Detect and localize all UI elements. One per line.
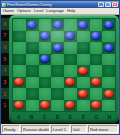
blue-piece-h6[interactable] — [104, 44, 114, 52]
square-d7[interactable] — [51, 31, 64, 43]
rank-label-5: 5 — [1, 53, 9, 65]
square-h4[interactable] — [102, 65, 115, 77]
blue-piece-d6[interactable] — [53, 44, 63, 52]
square-f7[interactable] — [77, 31, 90, 43]
status-ready: Ready — [2, 125, 20, 133]
square-a6[interactable] — [13, 42, 26, 54]
title-bar[interactable]: FreeSweetGames Dainty – ❐ ✕ — [1, 1, 119, 8]
square-c7[interactable] — [39, 31, 52, 43]
square-f3[interactable] — [77, 77, 90, 89]
red-piece-c1[interactable] — [40, 101, 50, 109]
square-h8[interactable] — [102, 19, 115, 31]
square-d4[interactable] — [51, 65, 64, 77]
rank-label-6: 6 — [1, 41, 9, 53]
square-c3[interactable] — [39, 77, 52, 89]
red-piece-a1[interactable] — [14, 101, 24, 109]
status-score: 0x0 — [71, 125, 87, 133]
square-e7[interactable] — [64, 31, 77, 43]
file-label-b: B — [25, 112, 38, 122]
red-piece-g1[interactable] — [91, 101, 101, 109]
square-e3[interactable] — [64, 77, 77, 89]
file-label-c: C — [38, 112, 51, 122]
square-e1[interactable] — [64, 100, 77, 112]
rank-label-2: 2 — [1, 88, 9, 100]
square-b4[interactable] — [26, 65, 39, 77]
square-d5[interactable] — [51, 54, 64, 66]
square-g7[interactable] — [90, 31, 103, 43]
square-b5[interactable] — [26, 54, 39, 66]
square-e8[interactable] — [64, 19, 77, 31]
square-g3[interactable] — [90, 77, 103, 89]
square-c2[interactable] — [39, 88, 52, 100]
menu-language[interactable]: Language — [46, 8, 64, 14]
square-c1[interactable] — [39, 100, 52, 112]
rank-labels: 87654321 — [1, 18, 9, 111]
square-g4[interactable] — [90, 65, 103, 77]
square-d2[interactable] — [51, 88, 64, 100]
red-piece-h2[interactable] — [104, 90, 114, 98]
play-area: 87654321 ABCDEFGH — [1, 15, 119, 124]
blue-piece-d8[interactable] — [53, 21, 63, 29]
square-f2[interactable] — [77, 88, 90, 100]
square-c8[interactable] — [39, 19, 52, 31]
square-c4[interactable] — [39, 65, 52, 77]
square-g2[interactable] — [90, 88, 103, 100]
square-a3[interactable] — [13, 77, 26, 89]
blue-piece-b8[interactable] — [27, 21, 37, 29]
red-piece-f2[interactable] — [78, 90, 88, 98]
rank-label-4: 4 — [1, 65, 9, 77]
blue-piece-c5[interactable] — [40, 55, 50, 63]
red-piece-f4[interactable] — [78, 67, 88, 75]
app-icon — [2, 3, 6, 7]
blue-piece-f8[interactable] — [78, 21, 88, 29]
square-c6[interactable] — [39, 42, 52, 54]
red-piece-e1[interactable] — [65, 101, 75, 109]
square-b6[interactable] — [26, 42, 39, 54]
file-label-a: A — [12, 112, 25, 122]
minimize-button[interactable]: – — [98, 2, 104, 7]
square-a5[interactable] — [13, 54, 26, 66]
window-title: FreeSweetGames Dainty — [7, 2, 97, 7]
square-c5[interactable] — [39, 54, 52, 66]
file-label-g: G — [90, 112, 103, 122]
rank-label-8: 8 — [1, 18, 9, 30]
board — [12, 18, 116, 112]
square-f1[interactable] — [77, 100, 90, 112]
square-a2[interactable] — [13, 88, 26, 100]
square-f5[interactable] — [77, 54, 90, 66]
square-g1[interactable] — [90, 100, 103, 112]
square-h7[interactable] — [102, 31, 115, 43]
file-label-d: D — [51, 112, 64, 122]
square-h1[interactable] — [102, 100, 115, 112]
square-h3[interactable] — [102, 77, 115, 89]
square-h2[interactable] — [102, 88, 115, 100]
blue-piece-g7[interactable] — [91, 32, 101, 40]
square-d6[interactable] — [51, 42, 64, 54]
red-piece-g3[interactable] — [91, 78, 101, 86]
file-label-h: H — [103, 112, 116, 122]
square-e4[interactable] — [64, 65, 77, 77]
rank-label-7: 7 — [1, 30, 9, 42]
menu-game[interactable]: Game — [3, 8, 14, 14]
square-d8[interactable] — [51, 19, 64, 31]
blue-piece-c7[interactable] — [40, 32, 50, 40]
maximize-button[interactable]: ❐ — [105, 2, 111, 7]
square-b7[interactable] — [26, 31, 39, 43]
square-f4[interactable] — [77, 65, 90, 77]
square-b3[interactable] — [26, 77, 39, 89]
status-variant: Russian double — [21, 125, 50, 133]
square-b8[interactable] — [26, 19, 39, 31]
square-d1[interactable] — [51, 100, 64, 112]
square-g6[interactable] — [90, 42, 103, 54]
square-h6[interactable] — [102, 42, 115, 54]
close-button[interactable]: ✕ — [112, 2, 118, 7]
status-turn: Red move — [88, 125, 118, 133]
app-window: FreeSweetGames Dainty – ❐ ✕ Game Options… — [0, 0, 120, 135]
status-bar: Ready Russian double Level 1 0x0 Red mov… — [1, 124, 119, 134]
square-a8[interactable] — [13, 19, 26, 31]
square-a1[interactable] — [13, 100, 26, 112]
file-label-e: E — [64, 112, 77, 122]
square-e6[interactable] — [64, 42, 77, 54]
menu-level[interactable]: Level — [34, 8, 44, 14]
square-a4[interactable] — [13, 65, 26, 77]
blue-piece-h8[interactable] — [104, 21, 114, 29]
square-a7[interactable] — [13, 31, 26, 43]
status-level: Level 1 — [51, 125, 70, 133]
menu-help[interactable]: Help — [67, 8, 75, 14]
square-f6[interactable] — [77, 42, 90, 54]
square-g5[interactable] — [90, 54, 103, 66]
square-d3[interactable] — [51, 77, 64, 89]
square-e5[interactable] — [64, 54, 77, 66]
red-piece-e3[interactable] — [65, 78, 75, 86]
square-h5[interactable] — [102, 54, 115, 66]
square-b2[interactable] — [26, 88, 39, 100]
file-labels: ABCDEFGH — [12, 112, 116, 122]
square-g8[interactable] — [90, 19, 103, 31]
blue-piece-e7[interactable] — [65, 32, 75, 40]
rank-label-1: 1 — [1, 99, 9, 111]
red-piece-a3[interactable] — [14, 78, 24, 86]
file-label-f: F — [77, 112, 90, 122]
square-e2[interactable] — [64, 88, 77, 100]
square-b1[interactable] — [26, 100, 39, 112]
menu-options[interactable]: Options — [17, 8, 31, 14]
menu-bar: Game Options Level Language Help — [1, 8, 119, 15]
rank-label-3: 3 — [1, 76, 9, 88]
square-f8[interactable] — [77, 19, 90, 31]
